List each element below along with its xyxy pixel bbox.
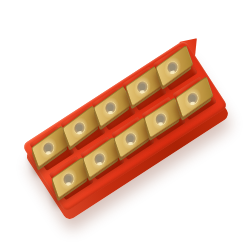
insert-hole [153,111,168,128]
product-photo [0,0,250,250]
insert-hole [123,130,139,147]
insert-hole [164,59,180,76]
insert-hole [61,170,77,187]
insert-tray [22,40,228,213]
milling-insert [155,45,194,88]
insert-hole [134,78,150,95]
insert-hole [72,119,88,137]
insert-hole [102,99,118,116]
insert-hole [185,90,201,107]
insert-hole [92,150,108,167]
insert-hole [41,139,57,156]
tray-face [22,40,228,213]
